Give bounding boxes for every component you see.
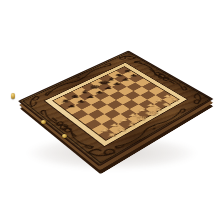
square-b2: ♟ bbox=[102, 119, 119, 129]
square-f1: ♝ bbox=[146, 104, 162, 113]
piece-white-knight: ♞ bbox=[115, 127, 128, 132]
piece-white-king: ♚ bbox=[143, 111, 155, 117]
square-c4 bbox=[98, 105, 114, 114]
piece-white-bishop: ♝ bbox=[152, 107, 164, 111]
square-f2: ♟ bbox=[139, 100, 155, 109]
piece-white-pawn: ♟ bbox=[126, 113, 138, 117]
square-b1: ♞ bbox=[109, 124, 126, 134]
piece-black-pawn: ♟ bbox=[84, 95, 96, 98]
square-d4 bbox=[107, 100, 123, 109]
piece-white-pawn: ♟ bbox=[108, 123, 121, 127]
brass-hinge bbox=[11, 93, 15, 99]
piece-black-pawn: ♟ bbox=[111, 82, 122, 85]
square-a4 bbox=[78, 114, 94, 124]
square-a3 bbox=[85, 119, 102, 129]
perspective-stage: ♜♞♝♛♚♝♞♜♟♟♟♟♟♟♟♟♟♟♟♟♟♟♟♟♜♞♝♛♚♝♞♜ bbox=[0, 0, 220, 200]
piece-black-pawn: ♟ bbox=[75, 99, 87, 102]
piece-black-pawn: ♟ bbox=[93, 90, 105, 93]
square-c1: ♝ bbox=[118, 119, 135, 129]
square-d1: ♛ bbox=[128, 114, 144, 124]
piece-white-pawn: ♟ bbox=[98, 128, 111, 132]
piece-black-pawn: ♟ bbox=[65, 104, 77, 107]
square-a6 bbox=[66, 105, 82, 115]
chess-set-product-photo: ♜♞♝♛♚♝♞♜♟♟♟♟♟♟♟♟♟♟♟♟♟♟♟♟♜♞♝♛♚♝♞♜ bbox=[0, 0, 220, 200]
square-b3 bbox=[95, 114, 111, 124]
piece-white-queen: ♛ bbox=[134, 116, 147, 121]
square-d3 bbox=[114, 104, 130, 113]
square-c3 bbox=[104, 109, 120, 119]
square-c5 bbox=[91, 100, 107, 109]
piece-white-rook: ♜ bbox=[105, 133, 118, 137]
square-e1: ♚ bbox=[137, 109, 153, 119]
piece-black-pawn: ♟ bbox=[102, 86, 114, 89]
piece-black-pawn: ♟ bbox=[128, 74, 139, 77]
piece-white-bishop: ♝ bbox=[124, 122, 137, 127]
piece-black-knight: ♞ bbox=[68, 94, 80, 98]
square-a1: ♜ bbox=[99, 129, 116, 140]
brass-latch bbox=[41, 120, 46, 124]
piece-black-rook: ♜ bbox=[59, 99, 72, 103]
square-b5 bbox=[82, 105, 98, 115]
square-d2: ♟ bbox=[121, 109, 137, 119]
square-a2: ♟ bbox=[92, 124, 109, 134]
square-b4 bbox=[88, 109, 104, 119]
piece-white-pawn: ♟ bbox=[117, 118, 129, 122]
square-c2: ♟ bbox=[111, 114, 127, 124]
chess-board: ♜♞♝♛♚♝♞♜♟♟♟♟♟♟♟♟♟♟♟♟♟♟♟♟♜♞♝♛♚♝♞♜ bbox=[18, 50, 214, 166]
piece-black-pawn: ♟ bbox=[119, 78, 130, 81]
square-e3 bbox=[123, 100, 139, 109]
square-a5 bbox=[72, 110, 88, 120]
square-e2: ♟ bbox=[130, 104, 146, 113]
brass-latch bbox=[62, 134, 67, 138]
